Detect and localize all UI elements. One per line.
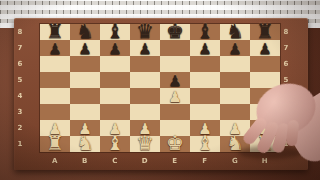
- rank-label: 3: [280, 104, 292, 120]
- square-c3[interactable]: [100, 104, 130, 120]
- square-g6[interactable]: [220, 56, 250, 72]
- square-a4[interactable]: [40, 88, 70, 104]
- square-h6[interactable]: [250, 56, 280, 72]
- rank-label: 1: [14, 136, 26, 152]
- square-f6[interactable]: [190, 56, 220, 72]
- square-d1[interactable]: ♛: [130, 136, 160, 152]
- file-label: A: [40, 152, 70, 170]
- white-rook[interactable]: ♜: [40, 133, 70, 153]
- file-label: C: [100, 152, 130, 170]
- black-bishop[interactable]: ♝: [190, 21, 220, 41]
- black-pawn[interactable]: ♟: [190, 42, 220, 57]
- square-b4[interactable]: [70, 88, 100, 104]
- black-queen[interactable]: ♛: [130, 21, 160, 41]
- square-e8[interactable]: ♚: [160, 24, 190, 40]
- rank-label: 6: [14, 56, 26, 72]
- white-king[interactable]: ♚: [160, 133, 190, 153]
- square-f5[interactable]: [190, 72, 220, 88]
- black-rook[interactable]: ♜: [250, 21, 280, 41]
- rank-label: 5: [14, 72, 26, 88]
- square-h1[interactable]: ♜: [250, 136, 280, 152]
- square-b5[interactable]: [70, 72, 100, 88]
- rank-labels-left: 87654321: [14, 24, 26, 152]
- square-g4[interactable]: [220, 88, 250, 104]
- square-e4[interactable]: ♟: [160, 88, 190, 104]
- file-label: D: [130, 152, 160, 170]
- square-a5[interactable]: [40, 72, 70, 88]
- file-label: B: [70, 152, 100, 170]
- square-e6[interactable]: [160, 56, 190, 72]
- file-label: G: [220, 152, 250, 170]
- black-king[interactable]: ♚: [160, 21, 190, 41]
- square-a3[interactable]: [40, 104, 70, 120]
- square-b1[interactable]: ♞: [70, 136, 100, 152]
- rank-label: 7: [280, 40, 292, 56]
- rank-label: 1: [280, 136, 292, 152]
- white-rook[interactable]: ♜: [250, 133, 280, 153]
- square-b7[interactable]: ♟: [70, 40, 100, 56]
- square-d7[interactable]: ♟: [130, 40, 160, 56]
- square-b8[interactable]: ♞: [70, 24, 100, 40]
- square-h5[interactable]: [250, 72, 280, 88]
- square-g8[interactable]: ♞: [220, 24, 250, 40]
- square-h4[interactable]: [250, 88, 280, 104]
- chess-board: 87654321 87654321 ♜♞♝♛♚♝♞♜♟♟♟♟♟♟♟♟♟♟♟♟♟♟…: [14, 18, 308, 170]
- rank-label: 7: [14, 40, 26, 56]
- square-g5[interactable]: [220, 72, 250, 88]
- square-g1[interactable]: ♞: [220, 136, 250, 152]
- file-labels: ABCDEFGH: [40, 152, 280, 170]
- square-f7[interactable]: ♟: [190, 40, 220, 56]
- square-d4[interactable]: [130, 88, 160, 104]
- rank-label: 4: [14, 88, 26, 104]
- square-e3[interactable]: [160, 104, 190, 120]
- white-knight[interactable]: ♞: [70, 133, 100, 153]
- square-e7[interactable]: [160, 40, 190, 56]
- black-pawn[interactable]: ♟: [130, 42, 160, 57]
- black-rook[interactable]: ♜: [40, 21, 70, 41]
- black-pawn[interactable]: ♟: [160, 74, 190, 89]
- square-g7[interactable]: ♟: [220, 40, 250, 56]
- file-label: H: [250, 152, 280, 170]
- square-d8[interactable]: ♛: [130, 24, 160, 40]
- square-b3[interactable]: [70, 104, 100, 120]
- square-c7[interactable]: ♟: [100, 40, 130, 56]
- white-knight[interactable]: ♞: [220, 133, 250, 153]
- square-c5[interactable]: [100, 72, 130, 88]
- rank-label: 8: [14, 24, 26, 40]
- black-knight[interactable]: ♞: [220, 21, 250, 41]
- square-c4[interactable]: [100, 88, 130, 104]
- black-pawn[interactable]: ♟: [220, 42, 250, 57]
- square-h8[interactable]: ♜: [250, 24, 280, 40]
- square-b6[interactable]: [70, 56, 100, 72]
- square-e5[interactable]: ♟: [160, 72, 190, 88]
- square-g3[interactable]: [220, 104, 250, 120]
- black-pawn[interactable]: ♟: [40, 42, 70, 57]
- white-bishop[interactable]: ♝: [190, 133, 220, 153]
- black-pawn[interactable]: ♟: [250, 42, 280, 57]
- board-grid: ♜♞♝♛♚♝♞♜♟♟♟♟♟♟♟♟♟♟♟♟♟♟♟♟♜♞♝♛♚♝♞♜: [40, 24, 280, 152]
- rank-label: 2: [280, 120, 292, 136]
- rank-label: 2: [14, 120, 26, 136]
- black-knight[interactable]: ♞: [70, 21, 100, 41]
- square-c8[interactable]: ♝: [100, 24, 130, 40]
- square-d3[interactable]: [130, 104, 160, 120]
- rank-labels-right: 87654321: [280, 24, 292, 152]
- black-pawn[interactable]: ♟: [70, 42, 100, 57]
- square-c1[interactable]: ♝: [100, 136, 130, 152]
- file-label: F: [190, 152, 220, 170]
- black-pawn[interactable]: ♟: [100, 42, 130, 57]
- rank-label: 5: [280, 72, 292, 88]
- square-f4[interactable]: [190, 88, 220, 104]
- rank-label: 3: [14, 104, 26, 120]
- square-c6[interactable]: [100, 56, 130, 72]
- rank-label: 8: [280, 24, 292, 40]
- square-a6[interactable]: [40, 56, 70, 72]
- rank-label: 6: [280, 56, 292, 72]
- square-d5[interactable]: [130, 72, 160, 88]
- square-h7[interactable]: ♟: [250, 40, 280, 56]
- black-bishop[interactable]: ♝: [100, 21, 130, 41]
- square-e1[interactable]: ♚: [160, 136, 190, 152]
- square-f1[interactable]: ♝: [190, 136, 220, 152]
- square-d6[interactable]: [130, 56, 160, 72]
- square-a7[interactable]: ♟: [40, 40, 70, 56]
- square-f3[interactable]: [190, 104, 220, 120]
- square-h3[interactable]: [250, 104, 280, 120]
- square-f8[interactable]: ♝: [190, 24, 220, 40]
- file-label: E: [160, 152, 190, 170]
- white-queen[interactable]: ♛: [130, 133, 160, 153]
- square-a1[interactable]: ♜: [40, 136, 70, 152]
- white-pawn[interactable]: ♟: [160, 90, 190, 105]
- square-a8[interactable]: ♜: [40, 24, 70, 40]
- white-bishop[interactable]: ♝: [100, 133, 130, 153]
- rank-label: 4: [280, 88, 292, 104]
